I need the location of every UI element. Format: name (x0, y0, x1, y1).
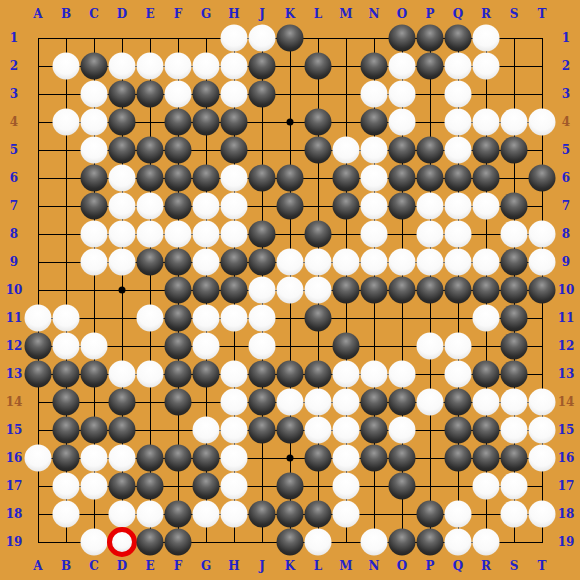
white-stone-O3[interactable] (389, 81, 416, 108)
row-label-left: 18 (6, 508, 23, 520)
white-stone-C16[interactable] (81, 445, 108, 472)
black-stone-P19[interactable] (417, 529, 444, 556)
white-stone-T15[interactable] (529, 417, 556, 444)
row-label-right: 3 (562, 88, 570, 100)
white-stone-H14[interactable] (221, 389, 248, 416)
white-stone-D6[interactable] (109, 165, 136, 192)
white-stone-R17[interactable] (473, 473, 500, 500)
white-stone-M9[interactable] (333, 249, 360, 276)
white-stone-R1[interactable] (473, 25, 500, 52)
white-stone-R9[interactable] (473, 249, 500, 276)
black-stone-S10[interactable] (501, 277, 528, 304)
black-stone-J13[interactable] (249, 361, 276, 388)
white-stone-M18[interactable] (333, 501, 360, 528)
black-stone-J9[interactable] (249, 249, 276, 276)
black-stone-M12[interactable] (333, 333, 360, 360)
black-stone-D17[interactable] (109, 473, 136, 500)
black-stone-F16[interactable] (165, 445, 192, 472)
white-stone-T14[interactable] (529, 389, 556, 416)
white-stone-H6[interactable] (221, 165, 248, 192)
white-stone-J11[interactable] (249, 305, 276, 332)
black-stone-N16[interactable] (361, 445, 388, 472)
black-stone-P2[interactable] (417, 53, 444, 80)
black-stone-R6[interactable] (473, 165, 500, 192)
white-stone-G15[interactable] (193, 417, 220, 444)
white-stone-H8[interactable] (221, 221, 248, 248)
column-label-bottom: R (481, 560, 491, 572)
white-stone-S14[interactable] (501, 389, 528, 416)
row-label-right: 2 (562, 60, 570, 72)
row-label-left: 17 (6, 480, 23, 492)
go-board: AABBCCDDEEFFGGHHJJKKLLMMNNOOPPQQRRSSTT11… (0, 0, 580, 580)
black-stone-O16[interactable] (389, 445, 416, 472)
row-label-right: 11 (558, 312, 575, 324)
white-stone-S15[interactable] (501, 417, 528, 444)
white-stone-P7[interactable] (417, 193, 444, 220)
white-stone-M16[interactable] (333, 445, 360, 472)
row-label-left: 11 (6, 312, 23, 324)
white-stone-C17[interactable] (81, 473, 108, 500)
row-label-left: 19 (6, 536, 23, 548)
column-label-bottom: H (228, 560, 239, 572)
black-stone-S7[interactable] (501, 193, 528, 220)
column-label-top: S (510, 8, 519, 20)
white-stone-Q2[interactable] (445, 53, 472, 80)
black-stone-B16[interactable] (53, 445, 80, 472)
row-label-left: 13 (6, 368, 23, 380)
black-stone-J15[interactable] (249, 417, 276, 444)
column-label-top: H (228, 8, 239, 20)
black-stone-O1[interactable] (389, 25, 416, 52)
white-stone-S8[interactable] (501, 221, 528, 248)
white-stone-M17[interactable] (333, 473, 360, 500)
column-label-bottom: Q (453, 560, 463, 572)
black-stone-K19[interactable] (277, 529, 304, 556)
white-stone-T18[interactable] (529, 501, 556, 528)
white-stone-N8[interactable] (361, 221, 388, 248)
row-label-left: 2 (10, 60, 18, 72)
row-label-right: 17 (558, 480, 575, 492)
row-label-right: 4 (562, 116, 570, 128)
black-stone-F11[interactable] (165, 305, 192, 332)
white-stone-H11[interactable] (221, 305, 248, 332)
black-stone-O10[interactable] (389, 277, 416, 304)
white-stone-L10[interactable] (305, 277, 332, 304)
white-stone-S18[interactable] (501, 501, 528, 528)
black-stone-E9[interactable] (137, 249, 164, 276)
black-stone-D3[interactable] (109, 81, 136, 108)
white-stone-F8[interactable] (165, 221, 192, 248)
column-label-top: C (89, 8, 99, 20)
black-stone-K6[interactable] (277, 165, 304, 192)
black-stone-D4[interactable] (109, 109, 136, 136)
white-stone-R19[interactable] (473, 529, 500, 556)
white-stone-Q12[interactable] (445, 333, 472, 360)
white-stone-N3[interactable] (361, 81, 388, 108)
black-stone-K1[interactable] (277, 25, 304, 52)
black-stone-J18[interactable] (249, 501, 276, 528)
black-stone-F6[interactable] (165, 165, 192, 192)
black-stone-G10[interactable] (193, 277, 220, 304)
black-stone-M6[interactable] (333, 165, 360, 192)
black-stone-H5[interactable] (221, 137, 248, 164)
white-stone-D18[interactable] (109, 501, 136, 528)
column-label-top: N (369, 8, 380, 20)
white-stone-K14[interactable] (277, 389, 304, 416)
white-stone-D13[interactable] (109, 361, 136, 388)
row-label-left: 5 (10, 144, 18, 156)
black-stone-F4[interactable] (165, 109, 192, 136)
white-stone-D16[interactable] (109, 445, 136, 472)
white-stone-T8[interactable] (529, 221, 556, 248)
white-stone-T4[interactable] (529, 109, 556, 136)
row-label-left: 6 (10, 172, 18, 184)
white-stone-F2[interactable] (165, 53, 192, 80)
white-stone-E11[interactable] (137, 305, 164, 332)
white-stone-R4[interactable] (473, 109, 500, 136)
black-stone-B13[interactable] (53, 361, 80, 388)
black-stone-G17[interactable] (193, 473, 220, 500)
black-stone-L4[interactable] (305, 109, 332, 136)
black-stone-G3[interactable] (193, 81, 220, 108)
white-stone-D2[interactable] (109, 53, 136, 80)
white-stone-Q18[interactable] (445, 501, 472, 528)
black-stone-E3[interactable] (137, 81, 164, 108)
black-stone-G6[interactable] (193, 165, 220, 192)
black-stone-F19[interactable] (165, 529, 192, 556)
white-stone-O9[interactable] (389, 249, 416, 276)
row-label-right: 10 (558, 284, 575, 296)
white-stone-G11[interactable] (193, 305, 220, 332)
black-stone-E17[interactable] (137, 473, 164, 500)
white-stone-M13[interactable] (333, 361, 360, 388)
black-stone-P1[interactable] (417, 25, 444, 52)
black-stone-C15[interactable] (81, 417, 108, 444)
black-stone-R5[interactable] (473, 137, 500, 164)
black-stone-G13[interactable] (193, 361, 220, 388)
black-stone-S11[interactable] (501, 305, 528, 332)
white-stone-L9[interactable] (305, 249, 332, 276)
white-stone-P14[interactable] (417, 389, 444, 416)
star-point-K4 (287, 119, 294, 126)
column-label-top: K (285, 8, 295, 20)
black-stone-J14[interactable] (249, 389, 276, 416)
white-stone-Q19[interactable] (445, 529, 472, 556)
black-stone-Q1[interactable] (445, 25, 472, 52)
black-stone-Q6[interactable] (445, 165, 472, 192)
black-stone-T6[interactable] (529, 165, 556, 192)
black-stone-O6[interactable] (389, 165, 416, 192)
black-stone-F10[interactable] (165, 277, 192, 304)
white-stone-D9[interactable] (109, 249, 136, 276)
white-stone-N5[interactable] (361, 137, 388, 164)
black-stone-H10[interactable] (221, 277, 248, 304)
black-stone-O5[interactable] (389, 137, 416, 164)
white-stone-D7[interactable] (109, 193, 136, 220)
white-stone-E8[interactable] (137, 221, 164, 248)
white-stone-Q4[interactable] (445, 109, 472, 136)
white-stone-G7[interactable] (193, 193, 220, 220)
row-label-left: 8 (10, 228, 18, 240)
column-label-top: D (117, 8, 127, 20)
row-label-left: 12 (6, 340, 23, 352)
white-stone-B4[interactable] (53, 109, 80, 136)
white-stone-L14[interactable] (305, 389, 332, 416)
black-stone-F18[interactable] (165, 501, 192, 528)
black-stone-R15[interactable] (473, 417, 500, 444)
black-stone-S13[interactable] (501, 361, 528, 388)
row-label-left: 14 (6, 396, 23, 408)
row-label-right: 7 (562, 200, 570, 212)
white-stone-S17[interactable] (501, 473, 528, 500)
black-stone-G4[interactable] (193, 109, 220, 136)
white-stone-H15[interactable] (221, 417, 248, 444)
white-stone-H13[interactable] (221, 361, 248, 388)
black-stone-N2[interactable] (361, 53, 388, 80)
column-label-bottom: S (510, 560, 519, 572)
white-stone-N13[interactable] (361, 361, 388, 388)
black-stone-O19[interactable] (389, 529, 416, 556)
white-stone-E7[interactable] (137, 193, 164, 220)
black-stone-G16[interactable] (193, 445, 220, 472)
white-stone-A11[interactable] (25, 305, 52, 332)
white-stone-B18[interactable] (53, 501, 80, 528)
black-stone-P10[interactable] (417, 277, 444, 304)
white-stone-T16[interactable] (529, 445, 556, 472)
white-stone-P12[interactable] (417, 333, 444, 360)
black-stone-O17[interactable] (389, 473, 416, 500)
black-stone-C6[interactable] (81, 165, 108, 192)
column-label-bottom: A (33, 560, 42, 572)
black-stone-S12[interactable] (501, 333, 528, 360)
black-stone-O7[interactable] (389, 193, 416, 220)
column-label-top: O (397, 8, 407, 20)
white-stone-O13[interactable] (389, 361, 416, 388)
white-stone-E13[interactable] (137, 361, 164, 388)
white-stone-G8[interactable] (193, 221, 220, 248)
black-stone-F5[interactable] (165, 137, 192, 164)
black-stone-M10[interactable] (333, 277, 360, 304)
white-stone-C3[interactable] (81, 81, 108, 108)
black-stone-K18[interactable] (277, 501, 304, 528)
black-stone-R10[interactable] (473, 277, 500, 304)
column-label-top: E (145, 8, 154, 20)
white-stone-M5[interactable] (333, 137, 360, 164)
black-stone-N4[interactable] (361, 109, 388, 136)
black-stone-C2[interactable] (81, 53, 108, 80)
white-stone-S4[interactable] (501, 109, 528, 136)
white-stone-R7[interactable] (473, 193, 500, 220)
black-stone-J6[interactable] (249, 165, 276, 192)
white-stone-D19-last-move[interactable] (107, 527, 137, 557)
white-stone-G2[interactable] (193, 53, 220, 80)
black-stone-K7[interactable] (277, 193, 304, 220)
white-stone-C12[interactable] (81, 333, 108, 360)
column-label-top: L (314, 8, 322, 20)
white-stone-K9[interactable] (277, 249, 304, 276)
white-stone-O4[interactable] (389, 109, 416, 136)
black-stone-D14[interactable] (109, 389, 136, 416)
black-stone-B15[interactable] (53, 417, 80, 444)
white-stone-J12[interactable] (249, 333, 276, 360)
white-stone-G18[interactable] (193, 501, 220, 528)
white-stone-M15[interactable] (333, 417, 360, 444)
black-stone-S5[interactable] (501, 137, 528, 164)
white-stone-H2[interactable] (221, 53, 248, 80)
row-label-right: 19 (558, 536, 575, 548)
white-stone-M14[interactable] (333, 389, 360, 416)
black-stone-O14[interactable] (389, 389, 416, 416)
row-label-right: 18 (558, 508, 575, 520)
black-stone-J2[interactable] (249, 53, 276, 80)
black-stone-E16[interactable] (137, 445, 164, 472)
white-stone-Q3[interactable] (445, 81, 472, 108)
black-stone-F14[interactable] (165, 389, 192, 416)
row-label-right: 6 (562, 172, 570, 184)
white-stone-B11[interactable] (53, 305, 80, 332)
white-stone-Q8[interactable] (445, 221, 472, 248)
white-stone-C5[interactable] (81, 137, 108, 164)
white-stone-B12[interactable] (53, 333, 80, 360)
white-stone-A16[interactable] (25, 445, 52, 472)
column-label-bottom: N (369, 560, 380, 572)
white-stone-Q9[interactable] (445, 249, 472, 276)
white-stone-N9[interactable] (361, 249, 388, 276)
black-stone-A13[interactable] (25, 361, 52, 388)
white-stone-L19[interactable] (305, 529, 332, 556)
black-stone-J8[interactable] (249, 221, 276, 248)
black-stone-Q10[interactable] (445, 277, 472, 304)
white-stone-B17[interactable] (53, 473, 80, 500)
white-stone-K10[interactable] (277, 277, 304, 304)
white-stone-H7[interactable] (221, 193, 248, 220)
black-stone-N15[interactable] (361, 417, 388, 444)
white-stone-E2[interactable] (137, 53, 164, 80)
black-stone-C13[interactable] (81, 361, 108, 388)
black-stone-Q15[interactable] (445, 417, 472, 444)
white-stone-D8[interactable] (109, 221, 136, 248)
white-stone-R11[interactable] (473, 305, 500, 332)
black-stone-L13[interactable] (305, 361, 332, 388)
row-label-right: 9 (562, 256, 570, 268)
black-stone-Q14[interactable] (445, 389, 472, 416)
black-stone-D5[interactable] (109, 137, 136, 164)
white-stone-O15[interactable] (389, 417, 416, 444)
white-stone-E18[interactable] (137, 501, 164, 528)
white-stone-N6[interactable] (361, 165, 388, 192)
white-stone-L15[interactable] (305, 417, 332, 444)
black-stone-F7[interactable] (165, 193, 192, 220)
white-stone-H3[interactable] (221, 81, 248, 108)
black-stone-N14[interactable] (361, 389, 388, 416)
white-stone-C19[interactable] (81, 529, 108, 556)
white-stone-P8[interactable] (417, 221, 444, 248)
black-stone-H4[interactable] (221, 109, 248, 136)
black-stone-N10[interactable] (361, 277, 388, 304)
black-stone-C7[interactable] (81, 193, 108, 220)
black-stone-P18[interactable] (417, 501, 444, 528)
white-stone-H16[interactable] (221, 445, 248, 472)
white-stone-P9[interactable] (417, 249, 444, 276)
black-stone-T10[interactable] (529, 277, 556, 304)
black-stone-R16[interactable] (473, 445, 500, 472)
black-stone-A12[interactable] (25, 333, 52, 360)
white-stone-O2[interactable] (389, 53, 416, 80)
white-stone-C4[interactable] (81, 109, 108, 136)
column-label-top: Q (453, 8, 463, 20)
black-stone-B14[interactable] (53, 389, 80, 416)
white-stone-H17[interactable] (221, 473, 248, 500)
white-stone-G9[interactable] (193, 249, 220, 276)
black-stone-E19[interactable] (137, 529, 164, 556)
column-label-bottom: P (425, 560, 434, 572)
white-stone-N19[interactable] (361, 529, 388, 556)
white-stone-Q5[interactable] (445, 137, 472, 164)
black-stone-F12[interactable] (165, 333, 192, 360)
black-stone-Q16[interactable] (445, 445, 472, 472)
white-stone-Q13[interactable] (445, 361, 472, 388)
white-stone-Q7[interactable] (445, 193, 472, 220)
black-stone-K15[interactable] (277, 417, 304, 444)
black-stone-K17[interactable] (277, 473, 304, 500)
white-stone-H18[interactable] (221, 501, 248, 528)
black-stone-L2[interactable] (305, 53, 332, 80)
white-stone-C9[interactable] (81, 249, 108, 276)
row-label-left: 4 (10, 116, 18, 128)
black-stone-F13[interactable] (165, 361, 192, 388)
white-stone-R2[interactable] (473, 53, 500, 80)
white-stone-J1[interactable] (249, 25, 276, 52)
black-stone-R13[interactable] (473, 361, 500, 388)
white-stone-T9[interactable] (529, 249, 556, 276)
black-stone-D15[interactable] (109, 417, 136, 444)
black-stone-H9[interactable] (221, 249, 248, 276)
black-stone-S16[interactable] (501, 445, 528, 472)
white-stone-B2[interactable] (53, 53, 80, 80)
black-stone-P5[interactable] (417, 137, 444, 164)
column-label-top: G (201, 8, 211, 20)
white-stone-J10[interactable] (249, 277, 276, 304)
black-stone-L11[interactable] (305, 305, 332, 332)
black-stone-L18[interactable] (305, 501, 332, 528)
black-stone-L5[interactable] (305, 137, 332, 164)
white-stone-R14[interactable] (473, 389, 500, 416)
black-stone-L8[interactable] (305, 221, 332, 248)
black-stone-F9[interactable] (165, 249, 192, 276)
black-stone-S9[interactable] (501, 249, 528, 276)
row-label-right: 5 (562, 144, 570, 156)
black-stone-P6[interactable] (417, 165, 444, 192)
column-label-top: J (259, 8, 265, 20)
black-stone-M7[interactable] (333, 193, 360, 220)
row-label-right: 12 (558, 340, 575, 352)
black-stone-E6[interactable] (137, 165, 164, 192)
white-stone-N7[interactable] (361, 193, 388, 220)
white-stone-H1[interactable] (221, 25, 248, 52)
white-stone-C8[interactable] (81, 221, 108, 248)
black-stone-L16[interactable] (305, 445, 332, 472)
white-stone-F3[interactable] (165, 81, 192, 108)
column-label-top: P (425, 8, 434, 20)
column-label-bottom: J (259, 560, 265, 572)
row-label-right: 8 (562, 228, 570, 240)
black-stone-J3[interactable] (249, 81, 276, 108)
white-stone-G12[interactable] (193, 333, 220, 360)
black-stone-E5[interactable] (137, 137, 164, 164)
grid-line-horizontal (38, 318, 543, 319)
star-point-D10 (119, 287, 126, 294)
black-stone-K13[interactable] (277, 361, 304, 388)
